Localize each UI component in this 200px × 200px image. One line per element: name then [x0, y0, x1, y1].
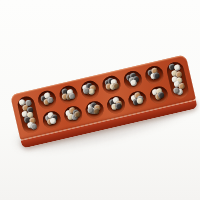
photo-background	[0, 0, 200, 200]
pit-top-4[interactable]	[101, 74, 122, 95]
stone	[158, 92, 165, 99]
pit-top-3[interactable]	[79, 79, 100, 100]
stone	[153, 72, 160, 79]
pit-top-5[interactable]	[122, 69, 143, 90]
pit-bottom-1[interactable]	[41, 109, 62, 130]
stone	[30, 122, 37, 129]
pit-bottom-2[interactable]	[62, 104, 83, 125]
pit-top-2[interactable]	[58, 84, 79, 105]
pit-bottom-6[interactable]	[148, 84, 169, 105]
pit-bottom-3[interactable]	[84, 99, 105, 120]
stone	[68, 92, 75, 99]
pit-top-1[interactable]	[36, 89, 57, 110]
pit-top-6[interactable]	[144, 64, 165, 85]
pit-bottom-4[interactable]	[105, 94, 126, 115]
store-right	[165, 60, 190, 100]
pit-bottom-5[interactable]	[127, 89, 148, 110]
stone	[112, 82, 119, 89]
stone	[50, 118, 57, 125]
